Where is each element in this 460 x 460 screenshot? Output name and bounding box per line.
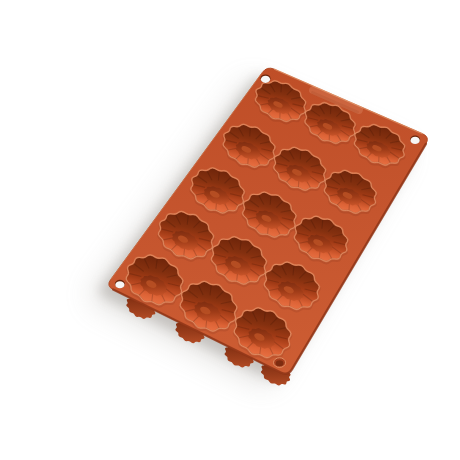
mold-scene xyxy=(0,0,460,460)
product-photo xyxy=(0,0,460,460)
hole-top xyxy=(260,74,270,83)
hole-right xyxy=(410,136,420,145)
hole-opening xyxy=(115,281,124,288)
flute-ridge xyxy=(300,151,301,160)
hole-opening xyxy=(261,76,270,83)
flute-ridge xyxy=(351,174,352,183)
hole-recess xyxy=(276,360,284,366)
hole-left xyxy=(115,280,125,289)
hole-opening xyxy=(411,137,420,144)
hole-bottom xyxy=(274,358,286,368)
flute-ridge xyxy=(250,128,251,137)
